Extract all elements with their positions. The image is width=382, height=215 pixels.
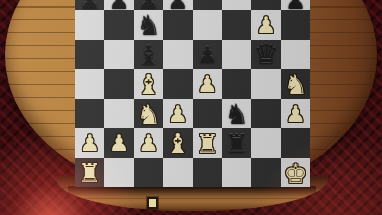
square-h4[interactable]: ♞ bbox=[281, 69, 310, 99]
square-g3[interactable] bbox=[251, 99, 280, 129]
piece-white-pawn[interactable]: ♟ bbox=[109, 132, 130, 155]
square-e2[interactable]: ♜ bbox=[193, 128, 222, 158]
square-b2[interactable]: ♟ bbox=[104, 128, 133, 158]
square-c7[interactable]: ♟ bbox=[134, 0, 163, 10]
square-h5[interactable] bbox=[281, 40, 310, 70]
square-f7[interactable] bbox=[222, 0, 251, 10]
square-g4[interactable] bbox=[251, 69, 280, 99]
square-b3[interactable] bbox=[104, 99, 133, 129]
square-c5[interactable]: ♝ bbox=[134, 40, 163, 70]
square-f6[interactable] bbox=[222, 10, 251, 40]
square-d2[interactable]: ♝ bbox=[163, 128, 192, 158]
piece-black-pawn[interactable]: ♟ bbox=[197, 44, 218, 67]
square-a2[interactable]: ♟ bbox=[75, 128, 104, 158]
board-shadow bbox=[68, 186, 316, 197]
square-h3[interactable]: ♟ bbox=[281, 99, 310, 129]
square-f4[interactable] bbox=[222, 69, 251, 99]
piece-white-bishop[interactable]: ♝ bbox=[136, 71, 160, 98]
square-h1[interactable]: ♚ bbox=[281, 158, 310, 188]
piece-black-knight[interactable]: ♞ bbox=[136, 12, 160, 39]
square-c6[interactable]: ♞ bbox=[134, 10, 163, 40]
square-h6[interactable] bbox=[281, 10, 310, 40]
square-c1[interactable] bbox=[134, 158, 163, 188]
square-g1[interactable] bbox=[251, 158, 280, 188]
square-e6[interactable] bbox=[193, 10, 222, 40]
piece-white-pawn[interactable]: ♟ bbox=[197, 73, 218, 96]
square-d7[interactable]: ♟ bbox=[163, 0, 192, 10]
square-h7[interactable]: ♟ bbox=[281, 0, 310, 10]
square-e5[interactable]: ♟ bbox=[193, 40, 222, 70]
piece-white-bishop[interactable]: ♝ bbox=[166, 130, 190, 157]
piece-black-bishop[interactable]: ♝ bbox=[136, 42, 160, 69]
square-b1[interactable] bbox=[104, 158, 133, 188]
piece-black-knight[interactable]: ♞ bbox=[225, 101, 249, 128]
game-scene: ♟♟♟♟♟♞♟♝♟♛♝♟♞♞♟♞♟♟♟♟♝♜♜♜♚ bbox=[0, 0, 382, 215]
square-a5[interactable] bbox=[75, 40, 104, 70]
square-a4[interactable] bbox=[75, 69, 104, 99]
square-b6[interactable] bbox=[104, 10, 133, 40]
square-e3[interactable] bbox=[193, 99, 222, 129]
square-h2[interactable] bbox=[281, 128, 310, 158]
square-g2[interactable] bbox=[251, 128, 280, 158]
piece-white-pawn[interactable]: ♟ bbox=[285, 103, 306, 126]
square-f2[interactable]: ♜ bbox=[222, 128, 251, 158]
square-a7[interactable]: ♟ bbox=[75, 0, 104, 10]
square-d6[interactable] bbox=[163, 10, 192, 40]
square-c2[interactable]: ♟ bbox=[134, 128, 163, 158]
piece-white-knight[interactable]: ♞ bbox=[283, 71, 307, 98]
piece-white-knight[interactable]: ♞ bbox=[136, 101, 160, 128]
square-a3[interactable] bbox=[75, 99, 104, 129]
square-a1[interactable]: ♜ bbox=[75, 158, 104, 188]
square-d5[interactable] bbox=[163, 40, 192, 70]
square-g5[interactable]: ♛ bbox=[251, 40, 280, 70]
chess-board[interactable]: ♟♟♟♟♟♞♟♝♟♛♝♟♞♞♟♞♟♟♟♟♝♜♜♜♚ bbox=[75, 0, 310, 187]
square-c3[interactable]: ♞ bbox=[134, 99, 163, 129]
square-d3[interactable]: ♟ bbox=[163, 99, 192, 129]
piece-white-king[interactable]: ♚ bbox=[283, 160, 307, 187]
piece-white-rook[interactable]: ♜ bbox=[78, 160, 101, 186]
piece-black-queen[interactable]: ♛ bbox=[254, 41, 279, 69]
square-f1[interactable] bbox=[222, 158, 251, 188]
piece-white-pawn[interactable]: ♟ bbox=[138, 132, 159, 155]
square-a6[interactable] bbox=[75, 10, 104, 40]
square-b5[interactable] bbox=[104, 40, 133, 70]
square-d1[interactable] bbox=[163, 158, 192, 188]
square-e1[interactable] bbox=[193, 158, 222, 188]
piece-white-pawn[interactable]: ♟ bbox=[256, 14, 277, 37]
piece-white-rook[interactable]: ♜ bbox=[196, 131, 219, 157]
square-e4[interactable]: ♟ bbox=[193, 69, 222, 99]
square-g7[interactable] bbox=[251, 0, 280, 10]
square-c4[interactable]: ♝ bbox=[134, 69, 163, 99]
square-d4[interactable] bbox=[163, 69, 192, 99]
square-f3[interactable]: ♞ bbox=[222, 99, 251, 129]
square-e7[interactable] bbox=[193, 0, 222, 10]
square-g6[interactable]: ♟ bbox=[251, 10, 280, 40]
square-f5[interactable] bbox=[222, 40, 251, 70]
piece-white-pawn[interactable]: ♟ bbox=[79, 132, 100, 155]
square-b7[interactable]: ♟ bbox=[104, 0, 133, 10]
piece-white-pawn[interactable]: ♟ bbox=[168, 103, 189, 126]
square-b4[interactable] bbox=[104, 69, 133, 99]
token-below-board bbox=[147, 197, 158, 209]
piece-black-rook[interactable]: ♜ bbox=[225, 131, 248, 157]
